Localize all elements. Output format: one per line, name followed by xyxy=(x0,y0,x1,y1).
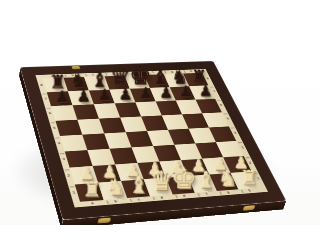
black-pawn[interactable]: ♟ xyxy=(179,84,193,99)
square-a1[interactable]: ♜ xyxy=(75,183,104,202)
white-queen[interactable]: ♛ xyxy=(149,168,173,194)
coord-label: c xyxy=(130,197,147,202)
black-pawn[interactable]: ♟ xyxy=(159,85,173,100)
square-b4[interactable] xyxy=(82,133,109,150)
square-a7[interactable]: ♟ xyxy=(47,91,73,106)
chess-board: abcdefgh abcdefgh 87654321 87654321 ♜♞♝♛… xyxy=(20,61,286,220)
square-b1[interactable]: ♞ xyxy=(98,181,127,200)
photo-scene: abcdefgh abcdefgh 87654321 87654321 ♜♞♝♛… xyxy=(0,0,300,225)
black-pawn[interactable]: ♟ xyxy=(76,88,90,104)
board-grid: ♜♞♝♛♚♝♞♜♟♟♟♟♟♟♟♟♟♟♟♟♟♟♟♟♜♞♝♛♚♝♞♜ xyxy=(43,73,260,202)
black-pawn[interactable]: ♟ xyxy=(138,86,152,101)
white-king[interactable]: ♚ xyxy=(171,164,196,192)
black-pawn[interactable]: ♟ xyxy=(55,89,69,105)
coord-label: d xyxy=(153,196,170,201)
black-pawn[interactable]: ♟ xyxy=(198,84,211,99)
square-c7[interactable]: ♟ xyxy=(89,90,115,105)
brass-latch-icon xyxy=(242,205,255,211)
square-b7[interactable]: ♟ xyxy=(68,90,94,105)
square-a6[interactable] xyxy=(51,105,77,121)
white-knight[interactable]: ♞ xyxy=(218,168,237,189)
white-knight[interactable]: ♞ xyxy=(105,176,125,198)
square-d7[interactable]: ♟ xyxy=(110,89,136,104)
black-pawn[interactable]: ♟ xyxy=(118,87,132,102)
black-pawn[interactable]: ♟ xyxy=(97,88,111,104)
square-f7[interactable]: ♟ xyxy=(150,87,176,101)
white-rook[interactable]: ♜ xyxy=(240,168,258,188)
square-e7[interactable]: ♟ xyxy=(130,88,156,102)
white-rook[interactable]: ♜ xyxy=(82,179,101,200)
square-a4[interactable] xyxy=(60,135,87,152)
white-bishop[interactable]: ♝ xyxy=(128,173,149,196)
brass-latch-icon xyxy=(97,218,111,224)
white-bishop[interactable]: ♝ xyxy=(196,169,216,191)
